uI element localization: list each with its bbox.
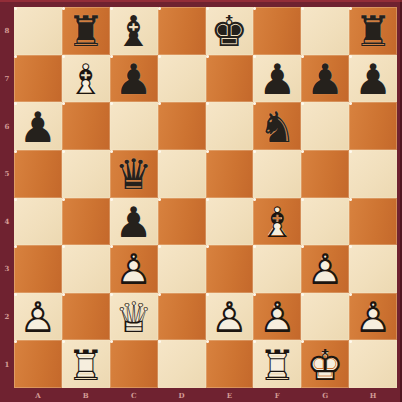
square-a4[interactable] xyxy=(14,198,62,246)
file-label-d: D xyxy=(158,388,206,402)
piece-glyph: ♟ xyxy=(19,107,57,149)
piece-glyph: ♞ xyxy=(258,107,296,149)
square-d5[interactable] xyxy=(158,150,206,198)
piece-white-queen[interactable]: ♛♕ xyxy=(110,293,158,341)
piece-black-pawn[interactable]: ♟ xyxy=(253,55,301,103)
piece-black-pawn[interactable]: ♟ xyxy=(349,55,397,103)
square-c3[interactable]: ♟♙ xyxy=(110,245,158,293)
square-d2[interactable] xyxy=(158,293,206,341)
square-c6[interactable] xyxy=(110,102,158,150)
piece-white-pawn[interactable]: ♟♙ xyxy=(301,245,349,293)
piece-outline: ♙ xyxy=(19,297,57,339)
piece-black-pawn[interactable]: ♟ xyxy=(301,55,349,103)
square-h7[interactable]: ♟ xyxy=(349,55,397,103)
square-f3[interactable] xyxy=(253,245,301,293)
square-f5[interactable] xyxy=(253,150,301,198)
square-c8[interactable]: ♝ xyxy=(110,7,158,55)
piece-black-bishop[interactable]: ♝ xyxy=(110,7,158,55)
rank-label-6: 6 xyxy=(0,102,14,150)
square-g7[interactable]: ♟ xyxy=(301,55,349,103)
piece-glyph: ♟ xyxy=(115,59,153,101)
piece-black-rook[interactable]: ♜ xyxy=(349,7,397,55)
square-b5[interactable] xyxy=(62,150,110,198)
piece-black-rook[interactable]: ♜ xyxy=(62,7,110,55)
square-e4[interactable] xyxy=(206,198,254,246)
file-label-h: H xyxy=(349,388,397,402)
square-e7[interactable] xyxy=(206,55,254,103)
piece-outline: ♖ xyxy=(67,345,105,387)
file-label-f: F xyxy=(253,388,301,402)
square-b6[interactable] xyxy=(62,102,110,150)
piece-glyph: ♚ xyxy=(211,11,249,53)
square-b4[interactable] xyxy=(62,198,110,246)
piece-glyph: ♟ xyxy=(258,59,296,101)
square-h6[interactable] xyxy=(349,102,397,150)
piece-outline: ♔ xyxy=(306,345,344,387)
piece-white-bishop[interactable]: ♝♗ xyxy=(253,198,301,246)
piece-glyph: ♝ xyxy=(115,11,153,53)
rank-label-7: 7 xyxy=(0,55,14,103)
square-a5[interactable] xyxy=(14,150,62,198)
piece-white-pawn[interactable]: ♟♙ xyxy=(253,293,301,341)
piece-white-pawn[interactable]: ♟♙ xyxy=(110,245,158,293)
piece-glyph: ♛ xyxy=(115,154,153,196)
square-e2[interactable]: ♟♙ xyxy=(206,293,254,341)
piece-black-queen[interactable]: ♛ xyxy=(110,150,158,198)
square-d7[interactable] xyxy=(158,55,206,103)
square-a1[interactable] xyxy=(14,340,62,388)
square-d3[interactable] xyxy=(158,245,206,293)
piece-glyph: ♟ xyxy=(115,202,153,244)
square-h4[interactable] xyxy=(349,198,397,246)
square-e5[interactable] xyxy=(206,150,254,198)
square-a3[interactable] xyxy=(14,245,62,293)
piece-white-king[interactable]: ♚♔ xyxy=(301,340,349,388)
square-h8[interactable]: ♜ xyxy=(349,7,397,55)
square-f2[interactable]: ♟♙ xyxy=(253,293,301,341)
file-label-g: G xyxy=(301,388,349,402)
rank-label-2: 2 xyxy=(0,293,14,341)
square-h1[interactable] xyxy=(349,340,397,388)
piece-glyph: ♟ xyxy=(306,59,344,101)
square-f7[interactable]: ♟ xyxy=(253,55,301,103)
square-a8[interactable] xyxy=(14,7,62,55)
rank-label-5: 5 xyxy=(0,150,14,198)
square-e8[interactable]: ♚ xyxy=(206,7,254,55)
square-g5[interactable] xyxy=(301,150,349,198)
piece-outline: ♙ xyxy=(306,249,344,291)
piece-black-king[interactable]: ♚ xyxy=(206,7,254,55)
square-b3[interactable] xyxy=(62,245,110,293)
square-g4[interactable] xyxy=(301,198,349,246)
square-f1[interactable]: ♜♖ xyxy=(253,340,301,388)
rank-label-8: 8 xyxy=(0,7,14,55)
square-g8[interactable] xyxy=(301,7,349,55)
chessboard: 87654321 ABCDEFGH ♜♝♚♜♝♗♟♟♟♟♟♞♛♟♝♗♟♙♟♙♟♙… xyxy=(0,0,402,402)
square-a7[interactable] xyxy=(14,55,62,103)
piece-black-pawn[interactable]: ♟ xyxy=(110,55,158,103)
square-g3[interactable]: ♟♙ xyxy=(301,245,349,293)
square-c2[interactable]: ♛♕ xyxy=(110,293,158,341)
square-d6[interactable] xyxy=(158,102,206,150)
square-a2[interactable]: ♟♙ xyxy=(14,293,62,341)
piece-outline: ♙ xyxy=(115,249,153,291)
square-a6[interactable]: ♟ xyxy=(14,102,62,150)
square-f8[interactable] xyxy=(253,7,301,55)
piece-black-pawn[interactable]: ♟ xyxy=(110,198,158,246)
square-e1[interactable] xyxy=(206,340,254,388)
piece-outline: ♙ xyxy=(354,297,392,339)
rank-label-3: 3 xyxy=(0,245,14,293)
file-label-e: E xyxy=(206,388,254,402)
square-g2[interactable] xyxy=(301,293,349,341)
square-h2[interactable]: ♟♙ xyxy=(349,293,397,341)
piece-outline: ♖ xyxy=(258,345,296,387)
square-b8[interactable]: ♜ xyxy=(62,7,110,55)
square-g1[interactable]: ♚♔ xyxy=(301,340,349,388)
square-d4[interactable] xyxy=(158,198,206,246)
piece-white-pawn[interactable]: ♟♙ xyxy=(349,293,397,341)
piece-glyph: ♟ xyxy=(354,59,392,101)
board-grid: ♜♝♚♜♝♗♟♟♟♟♟♞♛♟♝♗♟♙♟♙♟♙♛♕♟♙♟♙♟♙♜♖♜♖♚♔ xyxy=(14,7,397,388)
piece-outline: ♕ xyxy=(115,297,153,339)
piece-white-pawn[interactable]: ♟♙ xyxy=(14,293,62,341)
square-c1[interactable] xyxy=(110,340,158,388)
piece-white-pawn[interactable]: ♟♙ xyxy=(206,293,254,341)
square-g6[interactable] xyxy=(301,102,349,150)
piece-outline: ♙ xyxy=(211,297,249,339)
square-d1[interactable] xyxy=(158,340,206,388)
square-e6[interactable] xyxy=(206,102,254,150)
square-b7[interactable]: ♝♗ xyxy=(62,55,110,103)
square-b2[interactable] xyxy=(62,293,110,341)
piece-white-rook[interactable]: ♜♖ xyxy=(253,340,301,388)
square-c5[interactable]: ♛ xyxy=(110,150,158,198)
square-h5[interactable] xyxy=(349,150,397,198)
square-c4[interactable]: ♟ xyxy=(110,198,158,246)
square-b1[interactable]: ♜♖ xyxy=(62,340,110,388)
file-label-b: B xyxy=(62,388,110,402)
square-d8[interactable] xyxy=(158,7,206,55)
piece-glyph: ♜ xyxy=(354,11,392,53)
piece-glyph: ♜ xyxy=(67,11,105,53)
file-label-c: C xyxy=(110,388,158,402)
piece-outline: ♗ xyxy=(67,59,105,101)
rank-label-1: 1 xyxy=(0,340,14,388)
square-e3[interactable] xyxy=(206,245,254,293)
square-c7[interactable]: ♟ xyxy=(110,55,158,103)
piece-white-bishop[interactable]: ♝♗ xyxy=(62,55,110,103)
piece-white-rook[interactable]: ♜♖ xyxy=(62,340,110,388)
file-label-a: A xyxy=(14,388,62,402)
square-h3[interactable] xyxy=(349,245,397,293)
file-coordinates: ABCDEFGH xyxy=(14,388,397,402)
square-f4[interactable]: ♝♗ xyxy=(253,198,301,246)
rank-coordinates: 87654321 xyxy=(0,7,14,388)
rank-label-4: 4 xyxy=(0,198,14,246)
square-f6[interactable]: ♞ xyxy=(253,102,301,150)
piece-black-knight[interactable]: ♞ xyxy=(253,102,301,150)
piece-outline: ♙ xyxy=(258,297,296,339)
piece-black-pawn[interactable]: ♟ xyxy=(14,102,62,150)
piece-outline: ♗ xyxy=(258,202,296,244)
